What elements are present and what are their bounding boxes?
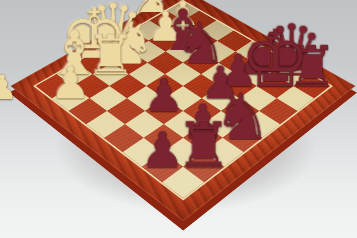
white-pawn-offboard: ♟	[0, 70, 17, 104]
chess-set-photo: ♛♜♟♟♚♞♟♝♞♟♟♛♞♞♚♜♟♟♝♜♟♟ ♟	[0, 0, 357, 238]
square-b1: ♟	[52, 86, 89, 111]
